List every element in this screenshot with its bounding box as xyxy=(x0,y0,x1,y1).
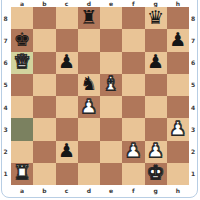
square-e2[interactable] xyxy=(100,141,122,163)
square-c6[interactable]: ♟ xyxy=(56,52,78,74)
file-label-f: f xyxy=(122,0,144,7)
black-pawn[interactable]: ♟ xyxy=(58,141,75,160)
square-g6[interactable]: ♟ xyxy=(145,52,167,74)
square-e6[interactable] xyxy=(100,52,122,74)
square-e5[interactable]: ♝ xyxy=(100,74,122,96)
square-g5[interactable] xyxy=(145,74,167,96)
square-b7[interactable] xyxy=(33,29,55,51)
square-g1[interactable]: ♚ xyxy=(145,163,167,185)
square-e1[interactable] xyxy=(100,163,122,185)
square-d6[interactable] xyxy=(78,52,100,74)
square-g8[interactable]: ♛ xyxy=(145,7,167,29)
square-h5[interactable] xyxy=(167,74,189,96)
black-rook[interactable]: ♜ xyxy=(80,8,97,27)
file-label-h: h xyxy=(167,0,189,7)
square-f3[interactable] xyxy=(122,118,144,140)
square-c1[interactable] xyxy=(56,163,78,185)
white-queen[interactable]: ♛ xyxy=(14,52,31,71)
square-h4[interactable] xyxy=(167,96,189,118)
square-f2[interactable]: ♟ xyxy=(122,141,144,163)
square-b4[interactable] xyxy=(33,96,55,118)
square-e4[interactable] xyxy=(100,96,122,118)
rank-label-2: 2 xyxy=(0,141,11,163)
white-pawn[interactable]: ♟ xyxy=(80,97,97,116)
rank-label-3: 3 xyxy=(0,118,11,140)
square-f7[interactable] xyxy=(122,29,144,51)
square-d8[interactable]: ♜ xyxy=(78,7,100,29)
square-b2[interactable] xyxy=(33,141,55,163)
square-a4[interactable] xyxy=(11,96,33,118)
file-label-e: e xyxy=(100,186,122,196)
square-g2[interactable]: ♟ xyxy=(145,141,167,163)
rank-label-6: 6 xyxy=(188,52,198,74)
white-pawn[interactable]: ♟ xyxy=(125,141,142,160)
file-labels-top: abcdefgh xyxy=(11,0,189,7)
black-pawn[interactable]: ♟ xyxy=(169,30,186,49)
black-pawn[interactable]: ♟ xyxy=(147,52,164,71)
square-c5[interactable] xyxy=(56,74,78,96)
file-label-f: f xyxy=(122,186,144,196)
file-label-c: c xyxy=(56,0,78,7)
square-a7[interactable]: ♚ xyxy=(11,29,33,51)
square-a6[interactable]: ♛ xyxy=(11,52,33,74)
square-a5[interactable] xyxy=(11,74,33,96)
square-f4[interactable] xyxy=(122,96,144,118)
square-g4[interactable] xyxy=(145,96,167,118)
square-a3[interactable] xyxy=(11,118,33,140)
square-h7[interactable]: ♟ xyxy=(167,29,189,51)
square-h1[interactable] xyxy=(167,163,189,185)
black-pawn[interactable]: ♟ xyxy=(58,52,75,71)
black-king[interactable]: ♚ xyxy=(14,30,31,49)
file-label-g: g xyxy=(145,186,167,196)
square-f6[interactable] xyxy=(122,52,144,74)
rank-label-1: 1 xyxy=(0,163,11,185)
square-c3[interactable] xyxy=(56,118,78,140)
square-b1[interactable] xyxy=(33,163,55,185)
black-queen[interactable]: ♛ xyxy=(147,8,164,27)
square-e8[interactable] xyxy=(100,7,122,29)
square-d7[interactable] xyxy=(78,29,100,51)
file-label-a: a xyxy=(11,0,33,7)
file-label-h: h xyxy=(167,186,189,196)
black-knight[interactable]: ♞ xyxy=(80,74,97,93)
rank-label-1: 1 xyxy=(188,163,198,185)
square-d1[interactable] xyxy=(78,163,100,185)
white-rook[interactable]: ♜ xyxy=(14,163,31,182)
square-b5[interactable] xyxy=(33,74,55,96)
file-label-e: e xyxy=(100,0,122,7)
white-pawn[interactable]: ♟ xyxy=(169,119,186,138)
white-bishop[interactable]: ♝ xyxy=(103,74,120,93)
square-c8[interactable] xyxy=(56,7,78,29)
square-g7[interactable] xyxy=(145,29,167,51)
square-f1[interactable] xyxy=(122,163,144,185)
square-g3[interactable] xyxy=(145,118,167,140)
rank-label-7: 7 xyxy=(0,29,11,51)
rank-labels-right: 87654321 xyxy=(188,7,198,185)
square-d3[interactable] xyxy=(78,118,100,140)
rank-label-5: 5 xyxy=(0,74,11,96)
square-h8[interactable] xyxy=(167,7,189,29)
chess-widget: abcdefgh 87654321 87654321 ♜♛♚♟♛♟♟♞♝♟♟♟♟… xyxy=(0,0,200,200)
square-c4[interactable] xyxy=(56,96,78,118)
rank-label-7: 7 xyxy=(188,29,198,51)
file-label-b: b xyxy=(33,186,55,196)
file-label-d: d xyxy=(78,186,100,196)
rank-label-5: 5 xyxy=(188,74,198,96)
rank-label-8: 8 xyxy=(0,7,11,29)
file-label-a: a xyxy=(11,186,33,196)
file-label-c: c xyxy=(56,186,78,196)
chess-board: ♜♛♚♟♛♟♟♞♝♟♟♟♟♟♜♚ xyxy=(11,7,189,185)
square-a2[interactable] xyxy=(11,141,33,163)
rank-label-8: 8 xyxy=(188,7,198,29)
square-c2[interactable]: ♟ xyxy=(56,141,78,163)
white-king[interactable]: ♚ xyxy=(147,163,164,182)
square-d2[interactable] xyxy=(78,141,100,163)
rank-label-2: 2 xyxy=(188,141,198,163)
rank-label-4: 4 xyxy=(188,96,198,118)
square-f5[interactable] xyxy=(122,74,144,96)
rank-label-3: 3 xyxy=(188,118,198,140)
square-e7[interactable] xyxy=(100,29,122,51)
square-d5[interactable]: ♞ xyxy=(78,74,100,96)
white-pawn[interactable]: ♟ xyxy=(147,141,164,160)
file-label-d: d xyxy=(78,0,100,7)
square-a8[interactable] xyxy=(11,7,33,29)
file-labels-bottom: abcdefgh xyxy=(11,186,189,196)
square-a1[interactable]: ♜ xyxy=(11,163,33,185)
square-h2[interactable] xyxy=(167,141,189,163)
square-e3[interactable] xyxy=(100,118,122,140)
file-label-g: g xyxy=(145,0,167,7)
square-b3[interactable] xyxy=(33,118,55,140)
rank-labels-left: 87654321 xyxy=(0,7,11,185)
square-d4[interactable]: ♟ xyxy=(78,96,100,118)
square-h3[interactable]: ♟ xyxy=(167,118,189,140)
square-h6[interactable] xyxy=(167,52,189,74)
square-b6[interactable] xyxy=(33,52,55,74)
square-b8[interactable] xyxy=(33,7,55,29)
file-label-b: b xyxy=(33,0,55,7)
square-f8[interactable] xyxy=(122,7,144,29)
rank-label-6: 6 xyxy=(0,52,11,74)
square-c7[interactable] xyxy=(56,29,78,51)
rank-label-4: 4 xyxy=(0,96,11,118)
